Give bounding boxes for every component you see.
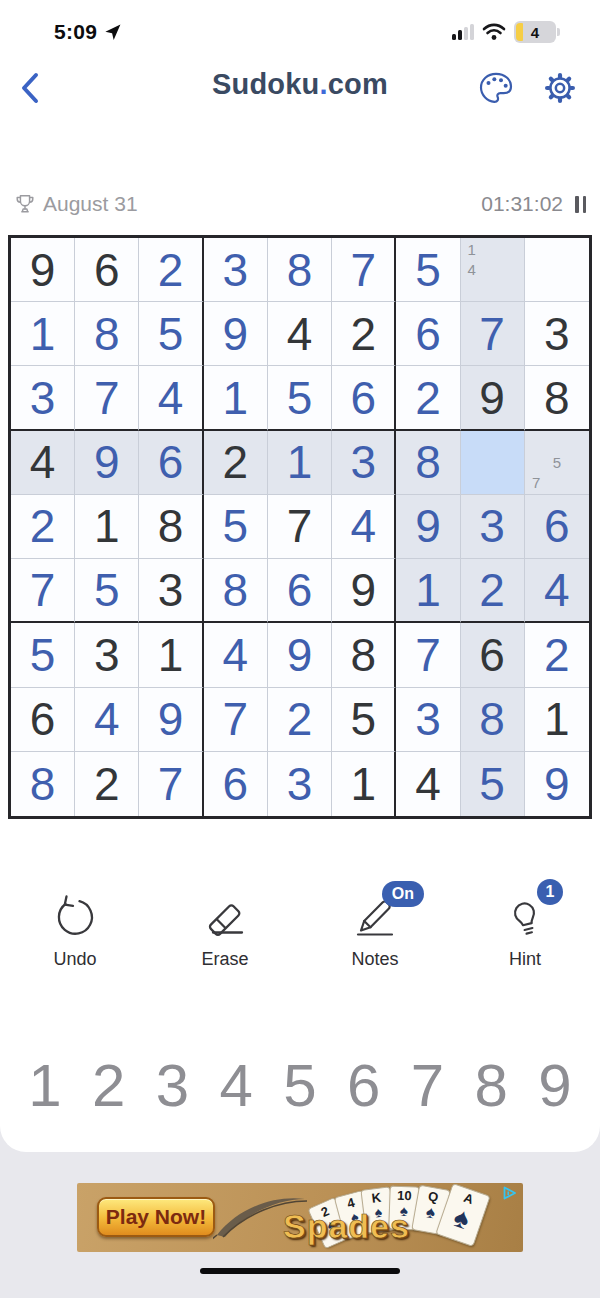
status-bar: 5:09 4 xyxy=(0,12,600,52)
wifi-icon xyxy=(482,23,506,41)
challenge-date: August 31 xyxy=(43,192,138,216)
given-digit: 1 xyxy=(158,632,184,678)
filled-digit: 2 xyxy=(415,375,441,421)
ad-banner[interactable]: Play Now! 2♠4♠K♠10♠Q♠A♠ Spades xyxy=(77,1183,523,1252)
cell-r4c1[interactable]: 4 xyxy=(11,431,75,495)
filled-digit: 1 xyxy=(30,311,56,357)
filled-digit: 7 xyxy=(222,696,248,742)
cell-r4c2[interactable]: 9 xyxy=(75,431,139,495)
hint-button[interactable]: 1 Hint xyxy=(465,885,585,970)
given-digit: 3 xyxy=(94,632,120,678)
filled-digit: 5 xyxy=(30,632,56,678)
given-digit: 2 xyxy=(350,311,376,357)
cell-r9c7[interactable]: 4 xyxy=(396,752,460,816)
adchoices-icon[interactable] xyxy=(502,1186,518,1200)
cell-r8c4[interactable]: 7 xyxy=(204,688,268,752)
cell-r3c5[interactable]: 5 xyxy=(268,366,332,430)
numpad-button-9[interactable]: 9 xyxy=(526,1056,584,1116)
numpad-button-3[interactable]: 3 xyxy=(144,1056,202,1116)
given-digit: 1 xyxy=(94,503,120,549)
filled-digit: 7 xyxy=(94,375,120,421)
numpad-button-8[interactable]: 8 xyxy=(462,1056,520,1116)
undo-icon xyxy=(51,893,99,941)
cell-r8c8[interactable]: 8 xyxy=(461,688,525,752)
filled-digit: 8 xyxy=(415,439,441,485)
filled-digit: 4 xyxy=(350,503,376,549)
theme-button[interactable] xyxy=(474,66,518,110)
given-digit: 9 xyxy=(30,247,56,293)
filled-digit: 8 xyxy=(94,311,120,357)
given-digit: 3 xyxy=(158,567,184,613)
cell-r1c7[interactable]: 5 xyxy=(396,238,460,302)
notes-badge: On xyxy=(382,881,424,907)
cell-r7c6[interactable]: 8 xyxy=(332,623,396,687)
filled-digit: 2 xyxy=(30,503,56,549)
filled-digit: 7 xyxy=(158,761,184,807)
filled-digit: 1 xyxy=(415,567,441,613)
filled-digit: 5 xyxy=(94,567,120,613)
filled-digit: 2 xyxy=(479,567,505,613)
filled-digit: 4 xyxy=(158,375,184,421)
cell-r7c7[interactable]: 7 xyxy=(396,623,460,687)
filled-digit: 9 xyxy=(287,632,313,678)
cell-r6c2[interactable]: 5 xyxy=(75,559,139,623)
toolbar: Undo Erase xyxy=(0,885,600,970)
cell-r9c4[interactable]: 6 xyxy=(204,752,268,816)
cell-r3c4[interactable]: 1 xyxy=(204,366,268,430)
notes-button[interactable]: On Notes xyxy=(315,885,435,970)
undo-label: Undo xyxy=(53,949,96,970)
filled-digit: 6 xyxy=(544,503,570,549)
cell-r8c5[interactable]: 2 xyxy=(268,688,332,752)
filled-digit: 5 xyxy=(479,761,505,807)
filled-digit: 2 xyxy=(158,247,184,293)
cell-r7c2[interactable]: 3 xyxy=(75,623,139,687)
pause-button[interactable] xyxy=(573,194,588,215)
cell-r5c7[interactable]: 9 xyxy=(396,495,460,559)
filled-digit: 2 xyxy=(544,632,570,678)
cell-r4c4[interactable]: 2 xyxy=(204,431,268,495)
cell-r3c8[interactable]: 9 xyxy=(461,366,525,430)
given-digit: 8 xyxy=(350,632,376,678)
filled-digit: 9 xyxy=(222,311,248,357)
cell-r1c2[interactable]: 6 xyxy=(75,238,139,302)
cell-r8c6[interactable]: 5 xyxy=(332,688,396,752)
cell-r3c3[interactable]: 4 xyxy=(139,366,203,430)
cellular-signal-icon xyxy=(452,24,474,40)
cell-r3c1[interactable]: 3 xyxy=(11,366,75,430)
filled-digit: 9 xyxy=(94,439,120,485)
cell-r1c3[interactable]: 2 xyxy=(139,238,203,302)
cell-r4c5[interactable]: 1 xyxy=(268,431,332,495)
cell-r5c6[interactable]: 4 xyxy=(332,495,396,559)
filled-digit: 6 xyxy=(350,375,376,421)
filled-digit: 6 xyxy=(415,311,441,357)
cell-r4c9[interactable]: 57 xyxy=(525,431,589,495)
cell-r6c3[interactable]: 3 xyxy=(139,559,203,623)
given-digit: 5 xyxy=(350,696,376,742)
filled-digit: 7 xyxy=(415,632,441,678)
cell-r8c3[interactable]: 9 xyxy=(139,688,203,752)
cell-r1c8[interactable]: 14 xyxy=(461,238,525,302)
cell-r4c6[interactable]: 3 xyxy=(332,431,396,495)
cell-r2c7[interactable]: 6 xyxy=(396,302,460,366)
numpad-button-2[interactable]: 2 xyxy=(80,1056,138,1116)
cell-r4c3[interactable]: 6 xyxy=(139,431,203,495)
cell-r2c1[interactable]: 1 xyxy=(11,302,75,366)
given-digit: 8 xyxy=(158,503,184,549)
given-digit: 2 xyxy=(222,439,248,485)
numpad-button-6[interactable]: 6 xyxy=(335,1056,393,1116)
cell-r3c7[interactable]: 2 xyxy=(396,366,460,430)
erase-label: Erase xyxy=(201,949,248,970)
hint-label: Hint xyxy=(509,949,541,970)
cell-r3c2[interactable]: 7 xyxy=(75,366,139,430)
filled-digit: 4 xyxy=(544,567,570,613)
filled-digit: 5 xyxy=(415,247,441,293)
settings-button[interactable] xyxy=(538,66,582,110)
numpad: 123456789 xyxy=(8,1042,592,1130)
clock: 5:09 xyxy=(54,20,97,44)
cell-r2c3[interactable]: 5 xyxy=(139,302,203,366)
cell-r9c2[interactable]: 2 xyxy=(75,752,139,816)
cell-r7c1[interactable]: 5 xyxy=(11,623,75,687)
given-digit: 2 xyxy=(94,761,120,807)
cell-r5c4[interactable]: 5 xyxy=(204,495,268,559)
filled-digit: 5 xyxy=(158,311,184,357)
given-digit: 4 xyxy=(30,439,56,485)
cell-r1c4[interactable]: 3 xyxy=(204,238,268,302)
cell-r1c5[interactable]: 8 xyxy=(268,238,332,302)
given-digit: 1 xyxy=(350,761,376,807)
cell-r6c7[interactable]: 1 xyxy=(396,559,460,623)
filled-digit: 6 xyxy=(287,567,313,613)
location-arrow-icon xyxy=(103,23,122,42)
cell-r7c4[interactable]: 4 xyxy=(204,623,268,687)
filled-digit: 4 xyxy=(222,632,248,678)
given-digit: 6 xyxy=(94,247,120,293)
cell-r8c7[interactable]: 3 xyxy=(396,688,460,752)
filled-digit: 8 xyxy=(222,567,248,613)
notes-label: Notes xyxy=(351,949,398,970)
cell-r1c6[interactable]: 7 xyxy=(332,238,396,302)
cell-r5c3[interactable]: 8 xyxy=(139,495,203,559)
nav-bar: Sudoku.com xyxy=(0,58,600,116)
numpad-button-7[interactable]: 7 xyxy=(399,1056,457,1116)
cell-r7c9[interactable]: 2 xyxy=(525,623,589,687)
given-digit: 1 xyxy=(544,696,570,742)
cell-r9c8[interactable]: 5 xyxy=(461,752,525,816)
given-digit: 4 xyxy=(287,311,313,357)
home-indicator[interactable] xyxy=(200,1268,400,1274)
battery-icon: 4 xyxy=(514,21,556,43)
cell-r5c9[interactable]: 6 xyxy=(525,495,589,559)
cell-r8c9[interactable]: 1 xyxy=(525,688,589,752)
filled-digit: 7 xyxy=(350,247,376,293)
filled-digit: 3 xyxy=(287,761,313,807)
cell-r2c5[interactable]: 4 xyxy=(268,302,332,366)
filled-digit: 9 xyxy=(544,761,570,807)
given-digit: 7 xyxy=(287,503,313,549)
filled-digit: 8 xyxy=(479,696,505,742)
given-digit: 6 xyxy=(479,632,505,678)
cell-r5c5[interactable]: 7 xyxy=(268,495,332,559)
given-digit: 4 xyxy=(415,761,441,807)
cell-r6c1[interactable]: 7 xyxy=(11,559,75,623)
given-digit: 3 xyxy=(544,311,570,357)
cell-r3c6[interactable]: 6 xyxy=(332,366,396,430)
filled-digit: 4 xyxy=(94,696,120,742)
cell-r2c6[interactable]: 2 xyxy=(332,302,396,366)
cell-r9c3[interactable]: 7 xyxy=(139,752,203,816)
cell-r8c2[interactable]: 4 xyxy=(75,688,139,752)
given-digit: 9 xyxy=(350,567,376,613)
filled-digit: 9 xyxy=(158,696,184,742)
filled-digit: 7 xyxy=(30,567,56,613)
cell-r6c4[interactable]: 8 xyxy=(204,559,268,623)
cell-r2c4[interactable]: 9 xyxy=(204,302,268,366)
cell-r2c8[interactable]: 7 xyxy=(461,302,525,366)
cell-r6c8[interactable]: 2 xyxy=(461,559,525,623)
filled-digit: 5 xyxy=(287,375,313,421)
cell-r4c8[interactable] xyxy=(461,431,525,495)
filled-digit: 1 xyxy=(287,439,313,485)
cell-r5c8[interactable]: 3 xyxy=(461,495,525,559)
filled-digit: 5 xyxy=(222,503,248,549)
numpad-button-5[interactable]: 5 xyxy=(271,1056,329,1116)
cell-r7c3[interactable]: 1 xyxy=(139,623,203,687)
cell-r8c1[interactable]: 6 xyxy=(11,688,75,752)
filled-digit: 8 xyxy=(287,247,313,293)
cell-r9c9[interactable]: 9 xyxy=(525,752,589,816)
given-digit: 9 xyxy=(479,375,505,421)
game-info-row: August 31 01:31:02 xyxy=(14,192,588,216)
pencil-notes: 57 xyxy=(526,432,588,493)
cell-r6c9[interactable]: 4 xyxy=(525,559,589,623)
filled-digit: 7 xyxy=(479,311,505,357)
cell-r9c1[interactable]: 8 xyxy=(11,752,75,816)
cell-r1c1[interactable]: 9 xyxy=(11,238,75,302)
hint-badge: 1 xyxy=(537,879,563,905)
filled-digit: 6 xyxy=(222,761,248,807)
cell-r7c8[interactable]: 6 xyxy=(461,623,525,687)
cell-r4c7[interactable]: 8 xyxy=(396,431,460,495)
eraser-icon xyxy=(200,893,250,941)
filled-digit: 2 xyxy=(287,696,313,742)
cell-r3c9[interactable]: 8 xyxy=(525,366,589,430)
cell-r9c6[interactable]: 1 xyxy=(332,752,396,816)
erase-button[interactable]: Erase xyxy=(165,885,285,970)
filled-digit: 3 xyxy=(479,503,505,549)
cell-r5c2[interactable]: 1 xyxy=(75,495,139,559)
filled-digit: 1 xyxy=(222,375,248,421)
cell-r1c9[interactable] xyxy=(525,238,589,302)
cell-r5c1[interactable]: 2 xyxy=(11,495,75,559)
timer: 01:31:02 xyxy=(481,192,563,216)
battery-level: 4 xyxy=(531,24,539,41)
numpad-button-1[interactable]: 1 xyxy=(16,1056,74,1116)
trophy-icon xyxy=(14,193,36,215)
cell-r2c9[interactable]: 3 xyxy=(525,302,589,366)
filled-digit: 3 xyxy=(222,247,248,293)
cell-r9c5[interactable]: 3 xyxy=(268,752,332,816)
filled-digit: 9 xyxy=(415,503,441,549)
filled-digit: 3 xyxy=(415,696,441,742)
numpad-button-4[interactable]: 4 xyxy=(207,1056,265,1116)
filled-digit: 6 xyxy=(158,439,184,485)
cell-r2c2[interactable]: 8 xyxy=(75,302,139,366)
play-now-button[interactable]: Play Now! xyxy=(97,1197,215,1237)
gear-icon xyxy=(540,68,580,108)
palette-icon xyxy=(476,68,516,108)
given-digit: 8 xyxy=(544,375,570,421)
filled-digit: 3 xyxy=(30,375,56,421)
play-now-label: Play Now! xyxy=(106,1205,206,1229)
cell-r6c6[interactable]: 9 xyxy=(332,559,396,623)
filled-digit: 8 xyxy=(30,761,56,807)
given-digit: 6 xyxy=(30,696,56,742)
undo-button[interactable]: Undo xyxy=(15,885,135,970)
cell-r7c5[interactable]: 9 xyxy=(268,623,332,687)
filled-digit: 3 xyxy=(350,439,376,485)
cell-r6c5[interactable]: 6 xyxy=(268,559,332,623)
pencil-notes: 14 xyxy=(462,239,523,300)
ad-game-title: Spades xyxy=(283,1207,410,1246)
sudoku-board: 9623875141859426733741562984962138572185… xyxy=(8,235,592,819)
